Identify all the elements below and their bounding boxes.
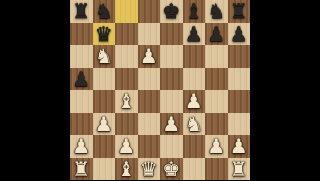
- square-e4[interactable]: [160, 90, 183, 113]
- square-d4[interactable]: [138, 90, 161, 113]
- square-b4[interactable]: [93, 90, 116, 113]
- square-g3[interactable]: [205, 113, 228, 136]
- square-g5[interactable]: [205, 68, 228, 91]
- square-g8[interactable]: ♞: [205, 0, 228, 23]
- square-f3[interactable]: ♞: [183, 113, 206, 136]
- piece-white-pawn[interactable]: ♟: [117, 135, 135, 158]
- letterbox-left: [0, 0, 70, 180]
- square-g2[interactable]: ♟: [205, 135, 228, 158]
- square-b2[interactable]: [93, 135, 116, 158]
- piece-white-rook[interactable]: ♜: [230, 158, 248, 181]
- square-e5[interactable]: [160, 68, 183, 91]
- square-d1[interactable]: ♛: [138, 158, 161, 181]
- square-e6[interactable]: [160, 45, 183, 68]
- chess-board: ♜♞♚♝♞♜♛♟♟♟♞♟♟♝♟♟♟♞♟♟♟♟♜♝♛♚♜: [70, 0, 250, 180]
- square-f6[interactable]: [183, 45, 206, 68]
- square-b1[interactable]: [93, 158, 116, 181]
- square-g1[interactable]: [205, 158, 228, 181]
- square-c4[interactable]: ♝: [115, 90, 138, 113]
- square-d6[interactable]: ♟: [138, 45, 161, 68]
- piece-black-pawn[interactable]: ♟: [207, 23, 225, 46]
- piece-white-knight[interactable]: ♞: [95, 45, 113, 68]
- square-h2[interactable]: ♟: [228, 135, 251, 158]
- piece-black-queen[interactable]: ♛: [95, 23, 113, 46]
- square-h3[interactable]: [228, 113, 251, 136]
- piece-white-bishop[interactable]: ♝: [117, 90, 135, 113]
- square-g7[interactable]: ♟: [205, 23, 228, 46]
- piece-black-pawn[interactable]: ♟: [72, 68, 90, 91]
- square-h7[interactable]: ♟: [228, 23, 251, 46]
- piece-white-knight[interactable]: ♞: [185, 113, 203, 136]
- square-c8[interactable]: [115, 0, 138, 23]
- piece-black-knight[interactable]: ♞: [95, 0, 113, 23]
- square-g6[interactable]: [205, 45, 228, 68]
- piece-black-rook[interactable]: ♜: [230, 0, 248, 23]
- square-e7[interactable]: [160, 23, 183, 46]
- square-a8[interactable]: ♜: [70, 0, 93, 23]
- square-f5[interactable]: [183, 68, 206, 91]
- square-c2[interactable]: ♟: [115, 135, 138, 158]
- square-h1[interactable]: ♜: [228, 158, 251, 181]
- square-a6[interactable]: [70, 45, 93, 68]
- piece-black-knight[interactable]: ♞: [207, 0, 225, 23]
- piece-black-bishop[interactable]: ♝: [185, 0, 203, 23]
- square-b8[interactable]: ♞: [93, 0, 116, 23]
- game-screen: ♜♞♚♝♞♜♛♟♟♟♞♟♟♝♟♟♟♞♟♟♟♟♜♝♛♚♜: [0, 0, 320, 180]
- letterbox-right: [250, 0, 320, 180]
- square-f1[interactable]: [183, 158, 206, 181]
- square-d2[interactable]: [138, 135, 161, 158]
- square-e2[interactable]: [160, 135, 183, 158]
- square-b6[interactable]: ♞: [93, 45, 116, 68]
- square-b7[interactable]: ♛: [93, 23, 116, 46]
- square-d8[interactable]: [138, 0, 161, 23]
- square-f4[interactable]: ♟: [183, 90, 206, 113]
- square-a4[interactable]: [70, 90, 93, 113]
- piece-white-pawn[interactable]: ♟: [230, 135, 248, 158]
- square-a5[interactable]: ♟: [70, 68, 93, 91]
- square-a7[interactable]: [70, 23, 93, 46]
- square-f2[interactable]: [183, 135, 206, 158]
- piece-white-pawn[interactable]: ♟: [95, 113, 113, 136]
- square-c7[interactable]: [115, 23, 138, 46]
- square-a3[interactable]: [70, 113, 93, 136]
- square-d7[interactable]: [138, 23, 161, 46]
- piece-black-rook[interactable]: ♜: [72, 0, 90, 23]
- piece-black-pawn[interactable]: ♟: [185, 23, 203, 46]
- piece-black-pawn[interactable]: ♟: [230, 23, 248, 46]
- square-h4[interactable]: [228, 90, 251, 113]
- square-h6[interactable]: [228, 45, 251, 68]
- square-h8[interactable]: ♜: [228, 0, 251, 23]
- square-d5[interactable]: [138, 68, 161, 91]
- piece-white-pawn[interactable]: ♟: [140, 45, 158, 68]
- square-c5[interactable]: [115, 68, 138, 91]
- piece-white-pawn[interactable]: ♟: [185, 90, 203, 113]
- square-e1[interactable]: ♚: [160, 158, 183, 181]
- square-a2[interactable]: ♟: [70, 135, 93, 158]
- piece-white-pawn[interactable]: ♟: [162, 113, 180, 136]
- square-e3[interactable]: ♟: [160, 113, 183, 136]
- piece-black-king[interactable]: ♚: [162, 0, 180, 23]
- piece-white-rook[interactable]: ♜: [72, 158, 90, 181]
- square-c1[interactable]: ♝: [115, 158, 138, 181]
- square-a1[interactable]: ♜: [70, 158, 93, 181]
- square-b5[interactable]: [93, 68, 116, 91]
- piece-white-king[interactable]: ♚: [162, 158, 180, 181]
- square-c3[interactable]: [115, 113, 138, 136]
- square-b3[interactable]: ♟: [93, 113, 116, 136]
- piece-white-pawn[interactable]: ♟: [207, 135, 225, 158]
- square-c6[interactable]: [115, 45, 138, 68]
- square-f7[interactable]: ♟: [183, 23, 206, 46]
- piece-white-queen[interactable]: ♛: [140, 158, 158, 181]
- square-f8[interactable]: ♝: [183, 0, 206, 23]
- square-d3[interactable]: [138, 113, 161, 136]
- square-g4[interactable]: [205, 90, 228, 113]
- square-h5[interactable]: [228, 68, 251, 91]
- piece-white-bishop[interactable]: ♝: [117, 158, 135, 181]
- square-e8[interactable]: ♚: [160, 0, 183, 23]
- piece-white-pawn[interactable]: ♟: [72, 135, 90, 158]
